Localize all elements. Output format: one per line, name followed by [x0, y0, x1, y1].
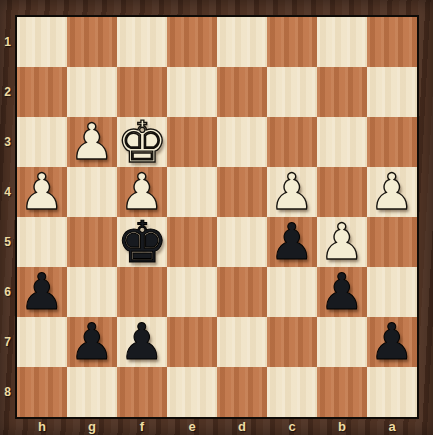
- rank-label-3: 3: [0, 117, 15, 167]
- square-b8[interactable]: [317, 367, 367, 417]
- square-h4[interactable]: ♟: [17, 167, 67, 217]
- square-g5[interactable]: [67, 217, 117, 267]
- white-pawn-a4[interactable]: ♟: [367, 167, 417, 217]
- square-g2[interactable]: [67, 67, 117, 117]
- square-f3[interactable]: ♚: [117, 117, 167, 167]
- square-d6[interactable]: [217, 267, 267, 317]
- square-c4[interactable]: ♟: [267, 167, 317, 217]
- square-e5[interactable]: [167, 217, 217, 267]
- square-f1[interactable]: [117, 17, 167, 67]
- square-a6[interactable]: [367, 267, 417, 317]
- square-e7[interactable]: [167, 317, 217, 367]
- square-f7[interactable]: ♟: [117, 317, 167, 367]
- square-c5[interactable]: ♟: [267, 217, 317, 267]
- black-pawn-b6[interactable]: ♟: [317, 267, 367, 317]
- black-pawn-f7[interactable]: ♟: [117, 317, 167, 367]
- white-pawn-c4[interactable]: ♟: [267, 167, 317, 217]
- square-a1[interactable]: [367, 17, 417, 67]
- square-g6[interactable]: [67, 267, 117, 317]
- square-a2[interactable]: [367, 67, 417, 117]
- file-label-d: d: [217, 417, 267, 435]
- board-frame: ♟♚♟♟♟♟♚♟♟♟♟♟♟♟ 12345678 hgfedcba: [0, 0, 433, 435]
- square-b2[interactable]: [317, 67, 367, 117]
- white-pawn-g3[interactable]: ♟: [67, 117, 117, 167]
- chessboard: ♟♚♟♟♟♟♚♟♟♟♟♟♟♟: [15, 15, 419, 419]
- black-pawn-c5[interactable]: ♟: [267, 217, 317, 267]
- square-d1[interactable]: [217, 17, 267, 67]
- file-label-f: f: [117, 417, 167, 435]
- square-h3[interactable]: [17, 117, 67, 167]
- square-b3[interactable]: [317, 117, 367, 167]
- square-e4[interactable]: [167, 167, 217, 217]
- square-a8[interactable]: [367, 367, 417, 417]
- black-pawn-h6[interactable]: ♟: [17, 267, 67, 317]
- square-b1[interactable]: [317, 17, 367, 67]
- file-label-b: b: [317, 417, 367, 435]
- square-b7[interactable]: [317, 317, 367, 367]
- square-e3[interactable]: [167, 117, 217, 167]
- white-pawn-h4[interactable]: ♟: [17, 167, 67, 217]
- white-pawn-b5[interactable]: ♟: [317, 217, 367, 267]
- square-g3[interactable]: ♟: [67, 117, 117, 167]
- square-g4[interactable]: [67, 167, 117, 217]
- square-h6[interactable]: ♟: [17, 267, 67, 317]
- file-label-e: e: [167, 417, 217, 435]
- white-king-f3[interactable]: ♚: [117, 117, 167, 167]
- square-b5[interactable]: ♟: [317, 217, 367, 267]
- rank-label-5: 5: [0, 217, 15, 267]
- square-a3[interactable]: [367, 117, 417, 167]
- rank-label-4: 4: [0, 167, 15, 217]
- file-label-a: a: [367, 417, 417, 435]
- rank-label-8: 8: [0, 367, 15, 417]
- square-f8[interactable]: [117, 367, 167, 417]
- square-e6[interactable]: [167, 267, 217, 317]
- square-e2[interactable]: [167, 67, 217, 117]
- file-label-c: c: [267, 417, 317, 435]
- square-c7[interactable]: [267, 317, 317, 367]
- square-b4[interactable]: [317, 167, 367, 217]
- square-d3[interactable]: [217, 117, 267, 167]
- rank-label-2: 2: [0, 67, 15, 117]
- square-d8[interactable]: [217, 367, 267, 417]
- file-label-h: h: [17, 417, 67, 435]
- square-g8[interactable]: [67, 367, 117, 417]
- chess-position-screenshot: { "game": "chess", "position": "8/p4pp1/…: [0, 0, 433, 435]
- square-d7[interactable]: [217, 317, 267, 367]
- square-g7[interactable]: ♟: [67, 317, 117, 367]
- rank-label-1: 1: [0, 17, 15, 67]
- square-a7[interactable]: ♟: [367, 317, 417, 367]
- square-d4[interactable]: [217, 167, 267, 217]
- square-e8[interactable]: [167, 367, 217, 417]
- square-d2[interactable]: [217, 67, 267, 117]
- rank-label-7: 7: [0, 317, 15, 367]
- square-d5[interactable]: [217, 217, 267, 267]
- square-c3[interactable]: [267, 117, 317, 167]
- square-a4[interactable]: ♟: [367, 167, 417, 217]
- square-h8[interactable]: [17, 367, 67, 417]
- file-label-g: g: [67, 417, 117, 435]
- square-h2[interactable]: [17, 67, 67, 117]
- square-c6[interactable]: [267, 267, 317, 317]
- square-h5[interactable]: [17, 217, 67, 267]
- square-h1[interactable]: [17, 17, 67, 67]
- square-f6[interactable]: [117, 267, 167, 317]
- square-g1[interactable]: [67, 17, 117, 67]
- square-b6[interactable]: ♟: [317, 267, 367, 317]
- square-h7[interactable]: [17, 317, 67, 367]
- square-c2[interactable]: [267, 67, 317, 117]
- square-f5[interactable]: ♚: [117, 217, 167, 267]
- black-pawn-g7[interactable]: ♟: [67, 317, 117, 367]
- black-king-f5[interactable]: ♚: [117, 217, 167, 267]
- rank-label-6: 6: [0, 267, 15, 317]
- black-pawn-a7[interactable]: ♟: [367, 317, 417, 367]
- square-c8[interactable]: [267, 367, 317, 417]
- square-e1[interactable]: [167, 17, 217, 67]
- square-c1[interactable]: [267, 17, 317, 67]
- square-a5[interactable]: [367, 217, 417, 267]
